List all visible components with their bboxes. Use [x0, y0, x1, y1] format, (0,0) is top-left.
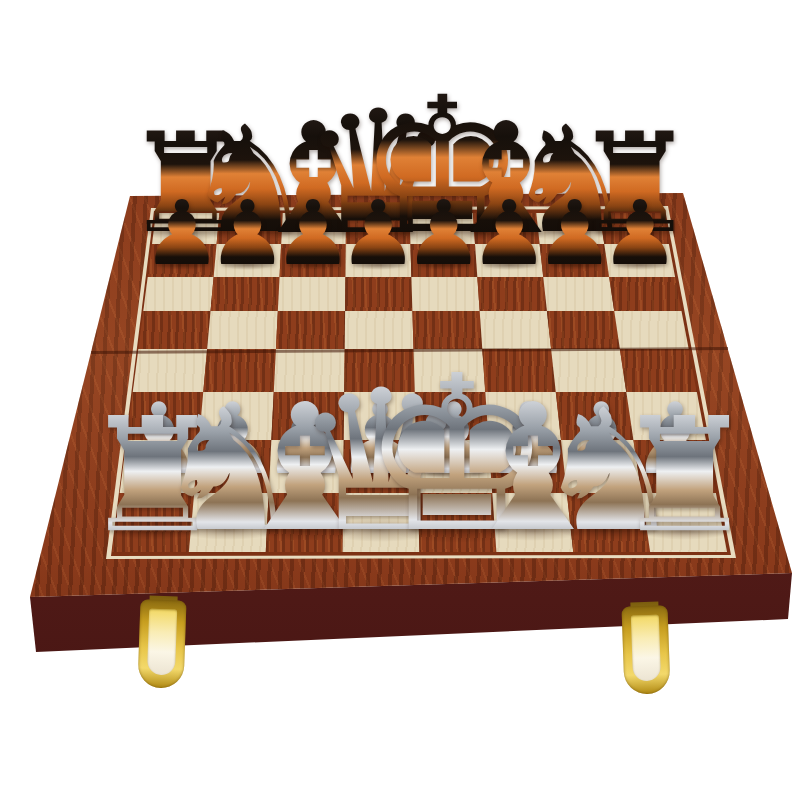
piece-white-rook[interactable]: ♜ — [606, 396, 764, 554]
pieces-layer: ♜♞♝♛♚♝♞♜♟♟♟♟♟♟♟♟♟♟♟♟♟♟♟♟♜♞♝♛♚♝♞♜ — [0, 0, 800, 800]
product-photo-stage: ♜♞♝♛♚♝♞♜♟♟♟♟♟♟♟♟♟♟♟♟♟♟♟♟♜♞♝♛♚♝♞♜ — [0, 0, 800, 800]
piece-black-pawn[interactable]: ♟ — [595, 189, 684, 278]
piece-glyph: ♟ — [600, 181, 680, 285]
piece-glyph: ♜ — [614, 383, 756, 567]
